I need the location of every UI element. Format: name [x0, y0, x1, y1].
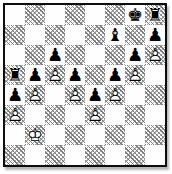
square-c6[interactable]: ♟: [45, 45, 65, 65]
black-pawn: ♟: [45, 45, 65, 65]
square-c5[interactable]: ♟♙: [45, 65, 65, 85]
square-d6[interactable]: [65, 45, 85, 65]
square-e8[interactable]: [85, 5, 105, 25]
square-d7[interactable]: [65, 25, 85, 45]
black-bishop: ♝: [105, 25, 125, 45]
square-g8[interactable]: ♚: [125, 5, 145, 25]
black-pawn: ♟: [5, 85, 25, 105]
square-d2[interactable]: [65, 125, 85, 145]
square-b8[interactable]: [25, 5, 45, 25]
square-f1[interactable]: [105, 145, 125, 165]
square-f6[interactable]: [105, 45, 125, 65]
square-h8[interactable]: ♜: [145, 5, 165, 25]
black-pawn: ♟: [85, 85, 105, 105]
square-g1[interactable]: [125, 145, 145, 165]
square-b5[interactable]: ♟: [25, 65, 45, 85]
square-a8[interactable]: [5, 5, 25, 25]
square-f2[interactable]: [105, 125, 125, 145]
square-a4[interactable]: ♟: [5, 85, 25, 105]
square-g6[interactable]: ♟: [125, 45, 145, 65]
square-b2[interactable]: ♚♔: [25, 125, 45, 145]
square-h5[interactable]: [145, 65, 165, 85]
square-a7[interactable]: [5, 25, 25, 45]
square-e1[interactable]: [85, 145, 105, 165]
square-f3[interactable]: [105, 105, 125, 125]
square-f5[interactable]: ♟: [105, 65, 125, 85]
black-rook: ♜: [145, 5, 165, 25]
square-b4[interactable]: ♟♙: [25, 85, 45, 105]
white-pawn: ♟♙: [45, 65, 65, 85]
square-e5[interactable]: [85, 65, 105, 85]
square-e3[interactable]: ♟♙: [85, 105, 105, 125]
white-king: ♚♔: [25, 125, 45, 145]
square-b7[interactable]: [25, 25, 45, 45]
square-c3[interactable]: [45, 105, 65, 125]
square-b1[interactable]: [25, 145, 45, 165]
black-pawn: ♟: [145, 25, 165, 45]
square-h2[interactable]: [145, 125, 165, 145]
white-pawn: ♟♙: [125, 65, 145, 85]
square-c2[interactable]: [45, 125, 65, 145]
black-pawn: ♟: [65, 65, 85, 85]
square-e2[interactable]: [85, 125, 105, 145]
square-a2[interactable]: [5, 125, 25, 145]
square-h1[interactable]: [145, 145, 165, 165]
white-pawn: ♟♙: [85, 105, 105, 125]
square-g5[interactable]: ♟♙: [125, 65, 145, 85]
square-d3[interactable]: [65, 105, 85, 125]
black-pawn: ♟: [125, 45, 145, 65]
white-pawn: ♟♙: [65, 85, 85, 105]
white-pawn: ♟♙: [105, 85, 125, 105]
square-e4[interactable]: ♟: [85, 85, 105, 105]
square-f7[interactable]: ♝: [105, 25, 125, 45]
white-pawn: ♟♙: [145, 45, 165, 65]
square-c1[interactable]: [45, 145, 65, 165]
square-d4[interactable]: ♟♙: [65, 85, 85, 105]
square-f4[interactable]: ♟♙: [105, 85, 125, 105]
square-g3[interactable]: [125, 105, 145, 125]
square-g7[interactable]: [125, 25, 145, 45]
square-b6[interactable]: [25, 45, 45, 65]
black-pawn: ♟: [25, 65, 45, 85]
black-rook: ♜: [5, 65, 25, 85]
square-g2[interactable]: [125, 125, 145, 145]
chess-diagram: ♚♜♝♟♟♟♟♙♜♟♟♙♟♟♟♙♟♟♙♟♙♟♟♙♟♙♟♙♚♔: [3, 3, 167, 167]
square-a6[interactable]: [5, 45, 25, 65]
black-pawn: ♟: [105, 65, 125, 85]
square-h6[interactable]: ♟♙: [145, 45, 165, 65]
square-b3[interactable]: [25, 105, 45, 125]
black-king: ♚: [125, 5, 145, 25]
square-c8[interactable]: [45, 5, 65, 25]
square-g4[interactable]: [125, 85, 145, 105]
square-c7[interactable]: [45, 25, 65, 45]
square-e6[interactable]: [85, 45, 105, 65]
square-h3[interactable]: [145, 105, 165, 125]
chess-board: ♚♜♝♟♟♟♟♙♜♟♟♙♟♟♟♙♟♟♙♟♙♟♟♙♟♙♟♙♚♔: [3, 3, 167, 167]
square-e7[interactable]: [85, 25, 105, 45]
square-a5[interactable]: ♜: [5, 65, 25, 85]
white-pawn: ♟♙: [5, 105, 25, 125]
square-h7[interactable]: ♟: [145, 25, 165, 45]
square-d8[interactable]: [65, 5, 85, 25]
white-pawn: ♟♙: [25, 85, 45, 105]
square-f8[interactable]: [105, 5, 125, 25]
square-d5[interactable]: ♟: [65, 65, 85, 85]
square-d1[interactable]: [65, 145, 85, 165]
square-c4[interactable]: [45, 85, 65, 105]
square-a1[interactable]: [5, 145, 25, 165]
square-a3[interactable]: ♟♙: [5, 105, 25, 125]
square-h4[interactable]: [145, 85, 165, 105]
